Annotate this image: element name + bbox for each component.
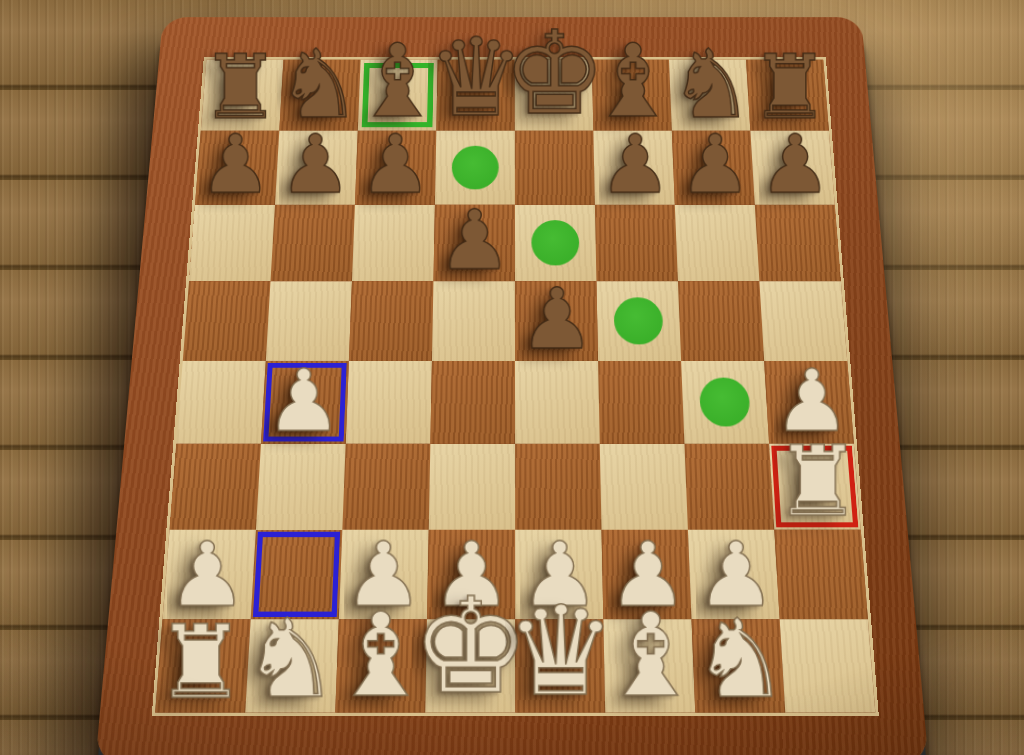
square-h7[interactable]: ♟ bbox=[750, 131, 834, 205]
square-d6[interactable]: ♟ bbox=[433, 205, 514, 282]
square-e8[interactable]: ♚ bbox=[515, 60, 594, 131]
square-f1[interactable]: ♝ bbox=[603, 619, 695, 712]
table-surface: ♜♞♝♛♚♝♞♜♟♟♟♟♟♟♟♟♟♟♜♟♟♟♟♟♟♜♞♝♚♛♝♞ bbox=[0, 0, 1024, 755]
square-g7[interactable]: ♟ bbox=[672, 131, 755, 205]
black-bishop-c8[interactable]: ♝ bbox=[352, 34, 442, 129]
board-grid: ♜♞♝♛♚♝♞♜♟♟♟♟♟♟♟♟♟♟♜♟♟♟♟♟♟♜♞♝♚♛♝♞ bbox=[152, 57, 879, 716]
legal-move-dot-d7[interactable] bbox=[451, 145, 499, 189]
square-b6[interactable] bbox=[270, 205, 354, 282]
white-bishop-c1[interactable]: ♝ bbox=[329, 602, 432, 711]
square-g6[interactable] bbox=[675, 205, 760, 282]
white-bishop-f1[interactable]: ♝ bbox=[599, 602, 702, 711]
square-e1[interactable]: ♛ bbox=[515, 619, 605, 712]
square-b3[interactable] bbox=[256, 444, 346, 530]
square-e3[interactable] bbox=[515, 444, 601, 530]
black-pawn-h7[interactable]: ♟ bbox=[758, 126, 831, 203]
square-h6[interactable] bbox=[755, 205, 841, 282]
legal-move-dot-e6[interactable] bbox=[531, 220, 580, 266]
square-d1[interactable]: ♚ bbox=[425, 619, 515, 712]
square-g5[interactable] bbox=[678, 281, 764, 361]
square-a7[interactable]: ♟ bbox=[195, 131, 279, 205]
square-d5[interactable] bbox=[432, 281, 515, 361]
square-c3[interactable] bbox=[342, 444, 430, 530]
square-e5[interactable]: ♟ bbox=[515, 281, 598, 361]
black-pawn-e5[interactable]: ♟ bbox=[519, 279, 594, 359]
black-pawn-a7[interactable]: ♟ bbox=[199, 126, 272, 203]
square-b5[interactable] bbox=[266, 281, 352, 361]
square-a1[interactable]: ♜ bbox=[155, 619, 250, 712]
square-g3[interactable] bbox=[684, 444, 774, 530]
black-pawn-c7[interactable]: ♟ bbox=[359, 126, 432, 203]
square-g4[interactable] bbox=[681, 361, 769, 444]
square-f3[interactable] bbox=[600, 444, 688, 530]
square-d3[interactable] bbox=[429, 444, 515, 530]
square-h3[interactable]: ♜ bbox=[769, 444, 861, 530]
square-c7[interactable]: ♟ bbox=[355, 131, 436, 205]
chess-app-screen: ♜♞♝♛♚♝♞♜♟♟♟♟♟♟♟♟♟♟♜♟♟♟♟♟♟♜♞♝♚♛♝♞ bbox=[0, 0, 1024, 755]
legal-move-dot-f5[interactable] bbox=[613, 297, 664, 345]
square-b1[interactable]: ♞ bbox=[245, 619, 339, 712]
chess-board: ♜♞♝♛♚♝♞♜♟♟♟♟♟♟♟♟♟♟♜♟♟♟♟♟♟♜♞♝♚♛♝♞ bbox=[95, 17, 929, 755]
white-knight-g1[interactable]: ♞ bbox=[692, 608, 789, 711]
square-h1[interactable] bbox=[780, 619, 876, 712]
square-h5[interactable] bbox=[759, 281, 847, 361]
square-e7[interactable] bbox=[515, 131, 595, 205]
square-f7[interactable]: ♟ bbox=[593, 131, 674, 205]
square-b4[interactable]: ♟ bbox=[261, 361, 349, 444]
white-pawn-b4[interactable]: ♟ bbox=[265, 361, 342, 442]
square-a6[interactable] bbox=[189, 205, 275, 282]
white-rook-h3[interactable]: ♜ bbox=[774, 435, 862, 528]
square-d4[interactable] bbox=[430, 361, 515, 444]
black-pawn-f7[interactable]: ♟ bbox=[599, 126, 672, 203]
black-pawn-g7[interactable]: ♟ bbox=[678, 126, 751, 203]
black-pawn-b7[interactable]: ♟ bbox=[279, 126, 352, 203]
black-pawn-d6[interactable]: ♟ bbox=[437, 201, 511, 279]
legal-move-dot-g4[interactable] bbox=[698, 377, 751, 427]
square-g1[interactable]: ♞ bbox=[692, 619, 786, 712]
square-c5[interactable] bbox=[349, 281, 434, 361]
square-f6[interactable] bbox=[595, 205, 678, 282]
square-d8[interactable]: ♛ bbox=[436, 60, 515, 131]
square-f4[interactable] bbox=[598, 361, 684, 444]
square-b7[interactable]: ♟ bbox=[275, 131, 358, 205]
square-a3[interactable] bbox=[170, 444, 261, 530]
white-rook-a1[interactable]: ♜ bbox=[155, 614, 246, 711]
square-f5[interactable] bbox=[596, 281, 681, 361]
square-e4[interactable] bbox=[515, 361, 600, 444]
square-c1[interactable]: ♝ bbox=[335, 619, 427, 712]
black-knight-g8[interactable]: ♞ bbox=[669, 40, 754, 130]
black-bishop-f8[interactable]: ♝ bbox=[588, 34, 678, 129]
white-knight-b1[interactable]: ♞ bbox=[242, 608, 339, 711]
black-knight-b8[interactable]: ♞ bbox=[276, 40, 361, 130]
square-c4[interactable] bbox=[346, 361, 432, 444]
square-c6[interactable] bbox=[352, 205, 435, 282]
square-a5[interactable] bbox=[183, 281, 271, 361]
square-a4[interactable] bbox=[176, 361, 266, 444]
